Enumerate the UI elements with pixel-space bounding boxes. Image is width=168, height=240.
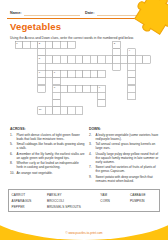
clue-text: Sweet and hot varieties of fruits of pla… bbox=[96, 165, 161, 173]
worksheet-page: Name: Date: Vegetables Using the Across … bbox=[0, 0, 168, 240]
clue-number: 4 bbox=[129, 49, 130, 52]
clue-number: 8 bbox=[54, 85, 55, 88]
clue-number: 1 bbox=[16, 42, 17, 45]
word-bank-column: CARROTASPARAGUSPEPPER bbox=[12, 192, 48, 212]
across-clue-6: 6.A member of the lily family, the earli… bbox=[10, 152, 85, 160]
clue-number: 10 bbox=[39, 107, 42, 110]
grid-cell[interactable] bbox=[38, 85, 46, 93]
across-clue-1: 1.Plant with dense clusters of tight gre… bbox=[10, 133, 85, 141]
date-label: Date: bbox=[85, 10, 94, 15]
down-clue-7: 7.Sweet and hot varieties of fruits of p… bbox=[89, 165, 160, 173]
grid-cell[interactable] bbox=[143, 56, 151, 64]
word-bank-item: PUMPKIN bbox=[130, 198, 160, 204]
across-clue-5: 5.Small cabbage-like heads or buds growi… bbox=[10, 142, 85, 150]
footer-credit: © www.puzzles-to-print.com bbox=[0, 231, 168, 234]
clue-number: 3 bbox=[114, 42, 115, 45]
grid-cell[interactable] bbox=[68, 41, 76, 49]
word-bank-column: PARSLEYBROCCOLIBRUSSELS SPROUTS bbox=[47, 192, 100, 212]
clue-text: Plant with dense clusters of tight green… bbox=[17, 133, 86, 141]
across-clues-section: ACROSS: 1.Plant with dense clusters of t… bbox=[10, 127, 85, 176]
word-bank-item: PEPPER bbox=[12, 204, 48, 210]
clue-number: 9 bbox=[99, 85, 100, 88]
down-clue-list: 2.A leafy green vegetable (some varietie… bbox=[89, 133, 160, 183]
clue-text: A member of the lily family, the earlies… bbox=[17, 152, 86, 160]
down-clue-9: 9.Sweet potato with deep orange flesh th… bbox=[89, 175, 160, 183]
clue-text: Sweet potato with deep orange flesh that… bbox=[96, 175, 161, 183]
down-clue-4: 4.Usually large pulpy deep yellow round … bbox=[89, 152, 160, 164]
across-header: ACROSS: bbox=[10, 127, 85, 131]
grid-cell[interactable] bbox=[98, 99, 106, 107]
clue-text: Whether curly or flat leafed an indispen… bbox=[17, 161, 86, 169]
word-bank: CARROTASPARAGUSPEPPERPARSLEYBROCCOLIBRUS… bbox=[8, 190, 160, 212]
clue-number: 6 bbox=[39, 71, 40, 74]
clue-number: 7 bbox=[54, 71, 55, 74]
across-clue-list: 1.Plant with dense clusters of tight gre… bbox=[10, 133, 85, 175]
clue-number: 2 bbox=[39, 42, 40, 45]
down-clue-2: 2.A leafy green vegetable (some varietie… bbox=[89, 133, 160, 141]
grid-cell[interactable] bbox=[98, 70, 106, 78]
clue-text: Tall annual cereal grass bearing kernels… bbox=[96, 142, 161, 150]
grid-cell[interactable] bbox=[128, 92, 136, 100]
grid-cell[interactable] bbox=[113, 63, 121, 71]
crossword-grid: 12345678910 bbox=[15, 41, 153, 116]
down-header: DOWN: bbox=[89, 127, 160, 131]
word-bank-item: BRUSSELS SPROUTS bbox=[47, 204, 100, 210]
down-clues-section: DOWN: 2.A leafy green vegetable (some va… bbox=[89, 127, 160, 184]
clue-number: 5 bbox=[39, 56, 40, 59]
grid-cell[interactable] bbox=[75, 107, 83, 115]
page-title: Vegetables bbox=[10, 21, 61, 32]
across-clue-10: 10.An orange root vegetable. bbox=[10, 171, 85, 175]
word-bank-column: YAMCORN bbox=[100, 192, 130, 212]
name-write-line[interactable] bbox=[24, 15, 80, 16]
word-bank-item: CORN bbox=[100, 198, 130, 204]
clue-text: Small cabbage-like heads or buds growing… bbox=[17, 142, 86, 150]
across-clue-8: 8.Whether curly or flat leafed an indisp… bbox=[10, 161, 85, 169]
instruction-text: Using the Across and Down clues, write t… bbox=[10, 36, 134, 40]
clue-text: A leafy green vegetable (some varieties … bbox=[96, 133, 161, 141]
down-clue-3: 3.Tall annual cereal grass bearing kerne… bbox=[89, 142, 160, 150]
clue-text: An orange root vegetable. bbox=[17, 171, 86, 175]
name-label: Name: bbox=[10, 10, 21, 15]
word-bank-column: CABBAGEPUMPKIN bbox=[130, 192, 160, 212]
clue-text: Usually large pulpy deep yellow round fr… bbox=[96, 152, 161, 164]
